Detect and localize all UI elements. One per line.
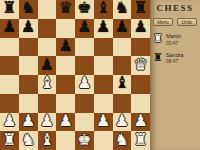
player-name: Sandra [166, 52, 184, 59]
player-row-white: ♜ Martin 00:47 [153, 33, 197, 46]
white-pawn[interactable]: ♟ [96, 113, 110, 129]
white-pawn[interactable]: ♟ [40, 113, 54, 129]
square-h3[interactable] [131, 94, 150, 113]
white-bishop[interactable]: ♝ [40, 132, 54, 148]
black-king[interactable]: ♚ [77, 0, 91, 16]
undo-button[interactable]: Undo [177, 18, 197, 26]
square-a5[interactable] [0, 56, 19, 75]
square-h6[interactable] [131, 38, 150, 57]
black-bishop[interactable]: ♝ [115, 75, 129, 91]
chess-board[interactable]: ♜♞♛♚♝♞♜♟♟♟♟♟♟♟♟♛♝♟♝♟♟♟♟♟♟♟♜♞♝♚♞♜ [0, 0, 150, 150]
square-h7[interactable]: ♟ [131, 19, 150, 38]
square-b2[interactable]: ♟ [19, 113, 38, 132]
square-e2[interactable] [75, 113, 94, 132]
square-f4[interactable] [94, 75, 113, 94]
square-g2[interactable]: ♟ [113, 113, 132, 132]
black-pawn[interactable]: ♟ [2, 19, 16, 35]
white-bishop[interactable]: ♝ [40, 75, 54, 91]
square-d6[interactable]: ♟ [56, 38, 75, 57]
square-b6[interactable] [19, 38, 38, 57]
square-c5[interactable]: ♟ [38, 56, 57, 75]
white-pawn[interactable]: ♟ [115, 113, 129, 129]
square-d3[interactable] [56, 94, 75, 113]
black-rook-icon: ♜ [153, 52, 163, 63]
white-pawn[interactable]: ♟ [133, 113, 147, 129]
square-g4[interactable]: ♝ [113, 75, 132, 94]
white-king[interactable]: ♚ [77, 132, 91, 148]
square-g7[interactable]: ♟ [113, 19, 132, 38]
white-pawn[interactable]: ♟ [21, 113, 35, 129]
square-a1[interactable]: ♜ [0, 131, 19, 150]
square-h4[interactable] [131, 75, 150, 94]
square-e4[interactable]: ♟ [75, 75, 94, 94]
square-d2[interactable]: ♟ [56, 113, 75, 132]
white-knight[interactable]: ♞ [21, 132, 35, 148]
square-e1[interactable]: ♚ [75, 131, 94, 150]
black-pawn[interactable]: ♟ [40, 57, 54, 73]
square-f8[interactable]: ♝ [94, 0, 113, 19]
black-rook[interactable]: ♜ [133, 0, 147, 16]
black-pawn[interactable]: ♟ [115, 19, 129, 35]
black-pawn[interactable]: ♟ [96, 19, 110, 35]
square-e7[interactable]: ♟ [75, 19, 94, 38]
square-d7[interactable] [56, 19, 75, 38]
black-queen[interactable]: ♛ [58, 0, 72, 16]
button-row: Menu Undo [153, 18, 197, 26]
square-h5[interactable]: ♛ [131, 56, 150, 75]
square-h8[interactable]: ♜ [131, 0, 150, 19]
square-a4[interactable] [0, 75, 19, 94]
square-a8[interactable]: ♜ [0, 0, 19, 19]
square-c8[interactable] [38, 0, 57, 19]
square-b5[interactable] [19, 56, 38, 75]
square-e8[interactable]: ♚ [75, 0, 94, 19]
black-pawn[interactable]: ♟ [58, 38, 72, 54]
square-d5[interactable] [56, 56, 75, 75]
black-bishop[interactable]: ♝ [96, 0, 110, 16]
player-clock: 08:47 [166, 58, 184, 64]
square-a6[interactable] [0, 38, 19, 57]
white-rook[interactable]: ♜ [133, 132, 147, 148]
square-a7[interactable]: ♟ [0, 19, 19, 38]
square-d4[interactable] [56, 75, 75, 94]
square-b3[interactable] [19, 94, 38, 113]
square-g6[interactable] [113, 38, 132, 57]
square-h2[interactable]: ♟ [131, 113, 150, 132]
square-f3[interactable] [94, 94, 113, 113]
square-f2[interactable]: ♟ [94, 113, 113, 132]
black-knight[interactable]: ♞ [21, 0, 35, 16]
square-d8[interactable]: ♛ [56, 0, 75, 19]
square-c4[interactable]: ♝ [38, 75, 57, 94]
square-b7[interactable]: ♟ [19, 19, 38, 38]
black-knight[interactable]: ♞ [115, 0, 129, 16]
square-f1[interactable] [94, 131, 113, 150]
square-c3[interactable] [38, 94, 57, 113]
white-rook[interactable]: ♜ [2, 132, 16, 148]
square-g5[interactable] [113, 56, 132, 75]
square-f7[interactable]: ♟ [94, 19, 113, 38]
square-h1[interactable]: ♜ [131, 131, 150, 150]
player-row-black: ♜ Sandra 08:47 [153, 52, 197, 65]
square-b8[interactable]: ♞ [19, 0, 38, 19]
square-g8[interactable]: ♞ [113, 0, 132, 19]
square-a3[interactable] [0, 94, 19, 113]
black-rook[interactable]: ♜ [2, 0, 16, 16]
white-pawn[interactable]: ♟ [77, 75, 91, 91]
square-e3[interactable] [75, 94, 94, 113]
menu-button[interactable]: Menu [153, 18, 173, 26]
white-knight[interactable]: ♞ [115, 132, 129, 148]
player-name: Martin [166, 33, 181, 40]
square-e6[interactable] [75, 38, 94, 57]
square-e5[interactable] [75, 56, 94, 75]
square-g1[interactable]: ♞ [113, 131, 132, 150]
white-queen[interactable]: ♛ [133, 57, 147, 73]
square-d1[interactable] [56, 131, 75, 150]
player-clock: 00:47 [166, 40, 181, 46]
square-c7[interactable] [38, 19, 57, 38]
chess-app-window: ♜♞♛♚♝♞♜♟♟♟♟♟♟♟♟♛♝♟♝♟♟♟♟♟♟♟♜♞♝♚♞♜ CHESS M… [0, 0, 200, 150]
square-f5[interactable] [94, 56, 113, 75]
square-b1[interactable]: ♞ [19, 131, 38, 150]
black-pawn[interactable]: ♟ [77, 19, 91, 35]
square-c1[interactable]: ♝ [38, 131, 57, 150]
square-f6[interactable] [94, 38, 113, 57]
app-title: CHESS [153, 3, 197, 13]
black-pawn[interactable]: ♟ [21, 19, 35, 35]
square-a2[interactable]: ♟ [0, 113, 19, 132]
white-pawn[interactable]: ♟ [58, 113, 72, 129]
square-c6[interactable] [38, 38, 57, 57]
square-c2[interactable]: ♟ [38, 113, 57, 132]
square-b4[interactable] [19, 75, 38, 94]
white-rook-icon: ♜ [153, 33, 163, 44]
sidebar: CHESS Menu Undo ♜ Martin 00:47 ♜ Sandra … [150, 0, 200, 150]
square-g3[interactable] [113, 94, 132, 113]
white-pawn[interactable]: ♟ [2, 113, 16, 129]
black-pawn[interactable]: ♟ [133, 19, 147, 35]
